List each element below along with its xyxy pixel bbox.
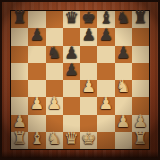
square-d6[interactable]: ♟ (63, 46, 80, 63)
square-b6[interactable] (28, 46, 45, 63)
square-f3[interactable]: ♟ (97, 97, 114, 114)
square-c7[interactable] (46, 28, 63, 45)
square-c4[interactable] (46, 80, 63, 97)
square-f7[interactable]: ♟ (97, 28, 114, 45)
piece-white-knight-g4: ♞ (116, 79, 130, 95)
square-d5[interactable]: ♟ (63, 63, 80, 80)
square-e2[interactable] (80, 115, 97, 132)
square-g6[interactable]: ♟ (115, 46, 132, 63)
chess-board: ♜♛♚♝♞♜♟♟♟♞♟♟♟♟♞♟♟♟♟♟♟♜♝♞♛♚♜ (10, 10, 150, 150)
square-e4[interactable]: ♟ (80, 80, 97, 97)
square-b8[interactable] (28, 11, 45, 28)
square-b5[interactable] (28, 63, 45, 80)
square-a3[interactable] (11, 97, 28, 114)
piece-white-pawn-f3: ♟ (99, 96, 113, 112)
piece-black-pawn-g6: ♟ (116, 45, 130, 61)
piece-white-pawn-a2: ♟ (12, 114, 26, 130)
chess-app-screen: ♜♛♚♝♞♜♟♟♟♞♟♟♟♟♞♟♟♟♟♟♟♜♝♞♛♚♜ (0, 0, 160, 160)
square-d3[interactable] (63, 97, 80, 114)
square-g1[interactable] (115, 132, 132, 149)
piece-black-pawn-b7: ♟ (30, 27, 44, 43)
piece-white-pawn-b3: ♟ (30, 96, 44, 112)
square-c3[interactable]: ♟ (46, 97, 63, 114)
square-e3[interactable] (80, 97, 97, 114)
piece-white-pawn-g2: ♟ (116, 114, 130, 130)
square-e1[interactable]: ♚ (80, 132, 97, 149)
square-f2[interactable] (97, 115, 114, 132)
square-b7[interactable]: ♟ (28, 28, 45, 45)
piece-black-knight-c6: ♞ (47, 45, 61, 61)
piece-white-rook-a1: ♜ (12, 131, 26, 147)
square-b2[interactable] (28, 115, 45, 132)
piece-white-rook-h1: ♜ (133, 131, 147, 147)
square-f6[interactable] (97, 46, 114, 63)
square-a6[interactable] (11, 46, 28, 63)
square-g3[interactable] (115, 97, 132, 114)
piece-white-queen-d1: ♛ (64, 131, 78, 147)
square-b3[interactable]: ♟ (28, 97, 45, 114)
square-a2[interactable]: ♟ (11, 115, 28, 132)
square-e6[interactable] (80, 46, 97, 63)
square-f4[interactable] (97, 80, 114, 97)
square-f1[interactable] (97, 132, 114, 149)
square-e5[interactable] (80, 63, 97, 80)
square-h4[interactable] (132, 80, 149, 97)
square-d2[interactable] (63, 115, 80, 132)
piece-white-king-e1: ♚ (81, 131, 95, 147)
square-c1[interactable]: ♞ (46, 132, 63, 149)
square-h3[interactable] (132, 97, 149, 114)
square-a7[interactable] (11, 28, 28, 45)
piece-black-pawn-d6: ♟ (64, 45, 78, 61)
piece-white-pawn-c3: ♟ (47, 96, 61, 112)
square-f8[interactable]: ♝ (97, 11, 114, 28)
piece-black-rook-h8: ♜ (133, 10, 147, 26)
square-c5[interactable] (46, 63, 63, 80)
square-d8[interactable]: ♛ (63, 11, 80, 28)
square-b1[interactable]: ♝ (28, 132, 45, 149)
piece-white-knight-c1: ♞ (47, 131, 61, 147)
square-g7[interactable] (115, 28, 132, 45)
square-d1[interactable]: ♛ (63, 132, 80, 149)
square-c8[interactable] (46, 11, 63, 28)
square-h5[interactable] (132, 63, 149, 80)
square-h1[interactable]: ♜ (132, 132, 149, 149)
piece-white-pawn-e4: ♟ (81, 79, 95, 95)
piece-black-pawn-d5: ♟ (64, 62, 78, 78)
square-h7[interactable] (132, 28, 149, 45)
square-f5[interactable] (97, 63, 114, 80)
square-b4[interactable] (28, 80, 45, 97)
square-d7[interactable] (63, 28, 80, 45)
piece-black-knight-g8: ♞ (116, 10, 130, 26)
square-e7[interactable]: ♟ (80, 28, 97, 45)
square-c2[interactable] (46, 115, 63, 132)
square-g4[interactable]: ♞ (115, 80, 132, 97)
piece-black-pawn-f7: ♟ (99, 27, 113, 43)
square-g5[interactable] (115, 63, 132, 80)
piece-white-pawn-h2: ♟ (133, 114, 147, 130)
piece-black-pawn-e7: ♟ (81, 27, 95, 43)
square-h8[interactable]: ♜ (132, 11, 149, 28)
square-c6[interactable]: ♞ (46, 46, 63, 63)
square-a4[interactable] (11, 80, 28, 97)
square-g2[interactable]: ♟ (115, 115, 132, 132)
square-h2[interactable]: ♟ (132, 115, 149, 132)
square-g8[interactable]: ♞ (115, 11, 132, 28)
piece-black-queen-d8: ♛ (64, 10, 78, 26)
square-a1[interactable]: ♜ (11, 132, 28, 149)
square-e8[interactable]: ♚ (80, 11, 97, 28)
square-a5[interactable] (11, 63, 28, 80)
square-a8[interactable]: ♜ (11, 11, 28, 28)
piece-black-rook-a8: ♜ (12, 10, 26, 26)
piece-black-bishop-f8: ♝ (99, 10, 113, 26)
piece-white-bishop-b1: ♝ (30, 131, 44, 147)
square-h6[interactable] (132, 46, 149, 63)
piece-black-king-e8: ♚ (81, 10, 95, 26)
square-d4[interactable] (63, 80, 80, 97)
